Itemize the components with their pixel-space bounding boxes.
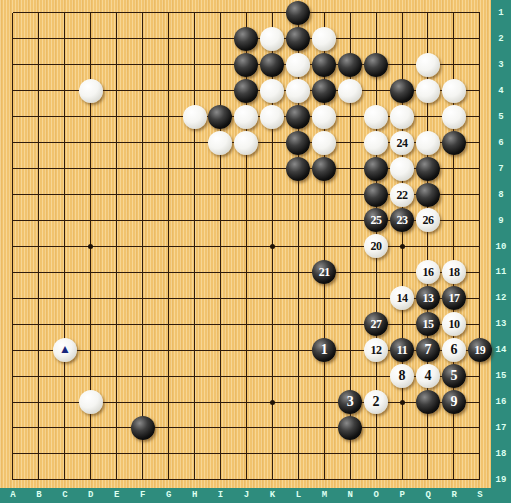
intersection-N13[interactable]: [337, 311, 363, 337]
intersection-L15[interactable]: [285, 363, 311, 389]
intersection-L10[interactable]: [285, 233, 311, 259]
intersection-Q5[interactable]: [415, 104, 441, 130]
intersection-F18[interactable]: [130, 441, 156, 467]
intersection-N7[interactable]: [337, 156, 363, 182]
intersection-R17[interactable]: [441, 415, 467, 441]
intersection-D15[interactable]: [78, 363, 104, 389]
intersection-D18[interactable]: [78, 441, 104, 467]
intersection-O10[interactable]: 20: [363, 233, 389, 259]
intersection-E14[interactable]: [104, 337, 130, 363]
intersection-J11[interactable]: [233, 259, 259, 285]
intersection-I15[interactable]: [208, 363, 234, 389]
intersection-D16[interactable]: [78, 389, 104, 415]
intersection-B11[interactable]: [26, 259, 52, 285]
intersection-D4[interactable]: [78, 78, 104, 104]
intersection-L5[interactable]: [285, 104, 311, 130]
intersection-B3[interactable]: [26, 52, 52, 78]
intersection-R9[interactable]: [441, 208, 467, 234]
intersection-B2[interactable]: [26, 26, 52, 52]
intersection-N8[interactable]: [337, 182, 363, 208]
intersection-G6[interactable]: [156, 130, 182, 156]
intersection-F5[interactable]: [130, 104, 156, 130]
intersection-N15[interactable]: [337, 363, 363, 389]
intersection-D2[interactable]: [78, 26, 104, 52]
intersection-D6[interactable]: [78, 130, 104, 156]
intersection-Q1[interactable]: [415, 0, 441, 26]
intersection-F14[interactable]: [130, 337, 156, 363]
intersection-F9[interactable]: [130, 208, 156, 234]
intersection-P10[interactable]: [389, 233, 415, 259]
intersection-F10[interactable]: [130, 233, 156, 259]
intersection-L3[interactable]: [285, 52, 311, 78]
intersection-G11[interactable]: [156, 259, 182, 285]
intersection-J4[interactable]: [233, 78, 259, 104]
intersection-C9[interactable]: [52, 208, 78, 234]
intersection-A8[interactable]: [0, 182, 26, 208]
intersection-O5[interactable]: [363, 104, 389, 130]
intersection-L13[interactable]: [285, 311, 311, 337]
intersection-O6[interactable]: [363, 130, 389, 156]
intersection-L8[interactable]: [285, 182, 311, 208]
intersection-S18[interactable]: [467, 441, 493, 467]
intersection-I12[interactable]: [208, 285, 234, 311]
intersection-H11[interactable]: [182, 259, 208, 285]
intersection-D10[interactable]: [78, 233, 104, 259]
intersection-D1[interactable]: [78, 0, 104, 26]
intersection-C1[interactable]: [52, 0, 78, 26]
intersection-R2[interactable]: [441, 26, 467, 52]
intersection-M6[interactable]: [311, 130, 337, 156]
intersection-M9[interactable]: [311, 208, 337, 234]
intersection-Q3[interactable]: [415, 52, 441, 78]
intersection-J7[interactable]: [233, 156, 259, 182]
intersection-B5[interactable]: [26, 104, 52, 130]
intersection-P15[interactable]: 8: [389, 363, 415, 389]
intersection-R16[interactable]: 9: [441, 389, 467, 415]
intersection-H3[interactable]: [182, 52, 208, 78]
intersection-D11[interactable]: [78, 259, 104, 285]
intersection-I13[interactable]: [208, 311, 234, 337]
intersection-P17[interactable]: [389, 415, 415, 441]
intersection-A14[interactable]: [0, 337, 26, 363]
intersection-D13[interactable]: [78, 311, 104, 337]
intersection-O14[interactable]: 12: [363, 337, 389, 363]
intersection-B18[interactable]: [26, 441, 52, 467]
intersection-J8[interactable]: [233, 182, 259, 208]
intersection-L14[interactable]: [285, 337, 311, 363]
intersection-H15[interactable]: [182, 363, 208, 389]
intersection-J16[interactable]: [233, 389, 259, 415]
intersection-G7[interactable]: [156, 156, 182, 182]
intersection-K8[interactable]: [259, 182, 285, 208]
intersection-G1[interactable]: [156, 0, 182, 26]
intersection-Q4[interactable]: [415, 78, 441, 104]
intersection-L17[interactable]: [285, 415, 311, 441]
intersection-O2[interactable]: [363, 26, 389, 52]
intersection-I11[interactable]: [208, 259, 234, 285]
intersection-A18[interactable]: [0, 441, 26, 467]
intersection-K17[interactable]: [259, 415, 285, 441]
intersection-B14[interactable]: [26, 337, 52, 363]
intersection-O16[interactable]: 2: [363, 389, 389, 415]
intersection-P9[interactable]: 23: [389, 208, 415, 234]
intersection-L16[interactable]: [285, 389, 311, 415]
intersection-Q8[interactable]: [415, 182, 441, 208]
intersection-P18[interactable]: [389, 441, 415, 467]
intersection-L9[interactable]: [285, 208, 311, 234]
intersection-H10[interactable]: [182, 233, 208, 259]
intersection-J14[interactable]: [233, 337, 259, 363]
intersection-P6[interactable]: 24: [389, 130, 415, 156]
intersection-A12[interactable]: [0, 285, 26, 311]
intersection-C10[interactable]: [52, 233, 78, 259]
intersection-E10[interactable]: [104, 233, 130, 259]
intersection-J12[interactable]: [233, 285, 259, 311]
intersection-A4[interactable]: [0, 78, 26, 104]
intersection-G15[interactable]: [156, 363, 182, 389]
intersection-R8[interactable]: [441, 182, 467, 208]
intersection-M2[interactable]: [311, 26, 337, 52]
intersection-F17[interactable]: [130, 415, 156, 441]
intersection-J5[interactable]: [233, 104, 259, 130]
intersection-I17[interactable]: [208, 415, 234, 441]
intersection-H18[interactable]: [182, 441, 208, 467]
intersection-H7[interactable]: [182, 156, 208, 182]
intersection-I8[interactable]: [208, 182, 234, 208]
intersection-F11[interactable]: [130, 259, 156, 285]
intersection-J1[interactable]: [233, 0, 259, 26]
intersection-D5[interactable]: [78, 104, 104, 130]
intersection-H5[interactable]: [182, 104, 208, 130]
intersection-S3[interactable]: [467, 52, 493, 78]
intersection-Q14[interactable]: 7: [415, 337, 441, 363]
intersection-C2[interactable]: [52, 26, 78, 52]
intersection-G3[interactable]: [156, 52, 182, 78]
intersection-S9[interactable]: [467, 208, 493, 234]
intersection-N1[interactable]: [337, 0, 363, 26]
intersection-N9[interactable]: [337, 208, 363, 234]
intersection-O12[interactable]: [363, 285, 389, 311]
intersection-S7[interactable]: [467, 156, 493, 182]
intersection-H8[interactable]: [182, 182, 208, 208]
intersection-A13[interactable]: [0, 311, 26, 337]
intersection-K14[interactable]: [259, 337, 285, 363]
intersection-G2[interactable]: [156, 26, 182, 52]
intersection-M16[interactable]: [311, 389, 337, 415]
intersection-Q7[interactable]: [415, 156, 441, 182]
intersection-Q10[interactable]: [415, 233, 441, 259]
intersection-K4[interactable]: [259, 78, 285, 104]
intersection-F12[interactable]: [130, 285, 156, 311]
intersection-M18[interactable]: [311, 441, 337, 467]
intersection-N6[interactable]: [337, 130, 363, 156]
intersection-E5[interactable]: [104, 104, 130, 130]
intersection-R5[interactable]: [441, 104, 467, 130]
intersection-M8[interactable]: [311, 182, 337, 208]
intersection-S11[interactable]: [467, 259, 493, 285]
intersection-M10[interactable]: [311, 233, 337, 259]
intersection-H13[interactable]: [182, 311, 208, 337]
intersection-K15[interactable]: [259, 363, 285, 389]
intersection-Q9[interactable]: 26: [415, 208, 441, 234]
intersection-R4[interactable]: [441, 78, 467, 104]
intersection-H16[interactable]: [182, 389, 208, 415]
intersection-B10[interactable]: [26, 233, 52, 259]
intersection-A11[interactable]: [0, 259, 26, 285]
intersection-N16[interactable]: 3: [337, 389, 363, 415]
intersection-K5[interactable]: [259, 104, 285, 130]
intersection-M15[interactable]: [311, 363, 337, 389]
intersection-B17[interactable]: [26, 415, 52, 441]
intersection-L6[interactable]: [285, 130, 311, 156]
intersection-P2[interactable]: [389, 26, 415, 52]
intersection-C16[interactable]: [52, 389, 78, 415]
intersection-O13[interactable]: 27: [363, 311, 389, 337]
intersection-H17[interactable]: [182, 415, 208, 441]
intersection-K6[interactable]: [259, 130, 285, 156]
intersection-P1[interactable]: [389, 0, 415, 26]
intersection-G13[interactable]: [156, 311, 182, 337]
intersection-R11[interactable]: 18: [441, 259, 467, 285]
intersection-F15[interactable]: [130, 363, 156, 389]
intersection-R15[interactable]: 5: [441, 363, 467, 389]
intersection-M5[interactable]: [311, 104, 337, 130]
intersection-M4[interactable]: [311, 78, 337, 104]
intersection-K13[interactable]: [259, 311, 285, 337]
intersection-H1[interactable]: [182, 0, 208, 26]
intersection-B6[interactable]: [26, 130, 52, 156]
intersection-G9[interactable]: [156, 208, 182, 234]
intersection-H14[interactable]: [182, 337, 208, 363]
intersection-E8[interactable]: [104, 182, 130, 208]
intersection-E13[interactable]: [104, 311, 130, 337]
intersection-Q15[interactable]: 4: [415, 363, 441, 389]
intersection-J6[interactable]: [233, 130, 259, 156]
intersection-G10[interactable]: [156, 233, 182, 259]
intersection-S14[interactable]: 19: [467, 337, 493, 363]
intersection-M7[interactable]: [311, 156, 337, 182]
intersection-K12[interactable]: [259, 285, 285, 311]
intersection-D9[interactable]: [78, 208, 104, 234]
intersection-K18[interactable]: [259, 441, 285, 467]
intersection-K2[interactable]: [259, 26, 285, 52]
intersection-E18[interactable]: [104, 441, 130, 467]
intersection-O4[interactable]: [363, 78, 389, 104]
intersection-D17[interactable]: [78, 415, 104, 441]
intersection-C6[interactable]: [52, 130, 78, 156]
intersection-S5[interactable]: [467, 104, 493, 130]
intersection-A17[interactable]: [0, 415, 26, 441]
intersection-G16[interactable]: [156, 389, 182, 415]
intersection-Q11[interactable]: 16: [415, 259, 441, 285]
intersection-E11[interactable]: [104, 259, 130, 285]
intersection-P11[interactable]: [389, 259, 415, 285]
intersection-K9[interactable]: [259, 208, 285, 234]
intersection-I16[interactable]: [208, 389, 234, 415]
intersection-Q2[interactable]: [415, 26, 441, 52]
intersection-S12[interactable]: [467, 285, 493, 311]
intersection-P16[interactable]: [389, 389, 415, 415]
intersection-S2[interactable]: [467, 26, 493, 52]
intersection-F2[interactable]: [130, 26, 156, 52]
intersection-D14[interactable]: [78, 337, 104, 363]
intersection-L2[interactable]: [285, 26, 311, 52]
intersection-L12[interactable]: [285, 285, 311, 311]
intersection-P3[interactable]: [389, 52, 415, 78]
intersection-R6[interactable]: [441, 130, 467, 156]
intersection-S15[interactable]: [467, 363, 493, 389]
intersection-I10[interactable]: [208, 233, 234, 259]
intersection-D7[interactable]: [78, 156, 104, 182]
intersection-M13[interactable]: [311, 311, 337, 337]
intersection-H12[interactable]: [182, 285, 208, 311]
intersection-O18[interactable]: [363, 441, 389, 467]
intersection-L4[interactable]: [285, 78, 311, 104]
intersection-R12[interactable]: 17: [441, 285, 467, 311]
intersection-C18[interactable]: [52, 441, 78, 467]
intersection-I6[interactable]: [208, 130, 234, 156]
intersection-K11[interactable]: [259, 259, 285, 285]
intersection-D8[interactable]: [78, 182, 104, 208]
intersection-R1[interactable]: [441, 0, 467, 26]
intersection-R3[interactable]: [441, 52, 467, 78]
intersection-C12[interactable]: [52, 285, 78, 311]
intersection-K1[interactable]: [259, 0, 285, 26]
intersection-Q18[interactable]: [415, 441, 441, 467]
intersection-H6[interactable]: [182, 130, 208, 156]
intersection-O9[interactable]: 25: [363, 208, 389, 234]
intersection-N11[interactable]: [337, 259, 363, 285]
intersection-P12[interactable]: 14: [389, 285, 415, 311]
intersection-M3[interactable]: [311, 52, 337, 78]
intersection-B1[interactable]: [26, 0, 52, 26]
intersection-J13[interactable]: [233, 311, 259, 337]
intersection-Q13[interactable]: 15: [415, 311, 441, 337]
intersection-E15[interactable]: [104, 363, 130, 389]
intersection-S4[interactable]: [467, 78, 493, 104]
intersection-N4[interactable]: [337, 78, 363, 104]
intersection-J17[interactable]: [233, 415, 259, 441]
intersection-O17[interactable]: [363, 415, 389, 441]
intersection-B8[interactable]: [26, 182, 52, 208]
intersection-J2[interactable]: [233, 26, 259, 52]
intersection-I7[interactable]: [208, 156, 234, 182]
intersection-A10[interactable]: [0, 233, 26, 259]
intersection-N5[interactable]: [337, 104, 363, 130]
intersection-F1[interactable]: [130, 0, 156, 26]
intersection-M17[interactable]: [311, 415, 337, 441]
intersection-E17[interactable]: [104, 415, 130, 441]
intersection-S10[interactable]: [467, 233, 493, 259]
intersection-K3[interactable]: [259, 52, 285, 78]
intersection-N2[interactable]: [337, 26, 363, 52]
intersection-L7[interactable]: [285, 156, 311, 182]
intersection-L1[interactable]: [285, 0, 311, 26]
intersection-E16[interactable]: [104, 389, 130, 415]
intersection-S13[interactable]: [467, 311, 493, 337]
intersection-P8[interactable]: 22: [389, 182, 415, 208]
intersection-K10[interactable]: [259, 233, 285, 259]
intersection-G18[interactable]: [156, 441, 182, 467]
intersection-Q16[interactable]: [415, 389, 441, 415]
intersection-J10[interactable]: [233, 233, 259, 259]
intersection-I2[interactable]: [208, 26, 234, 52]
intersection-B13[interactable]: [26, 311, 52, 337]
intersection-M14[interactable]: 1: [311, 337, 337, 363]
intersection-O11[interactable]: [363, 259, 389, 285]
intersection-A1[interactable]: [0, 0, 26, 26]
intersection-R10[interactable]: [441, 233, 467, 259]
intersection-P5[interactable]: [389, 104, 415, 130]
intersection-R13[interactable]: 10: [441, 311, 467, 337]
intersection-J9[interactable]: [233, 208, 259, 234]
intersection-I5[interactable]: [208, 104, 234, 130]
intersection-I3[interactable]: [208, 52, 234, 78]
intersection-C5[interactable]: [52, 104, 78, 130]
intersection-A15[interactable]: [0, 363, 26, 389]
intersection-B4[interactable]: [26, 78, 52, 104]
intersection-A7[interactable]: [0, 156, 26, 182]
intersection-C7[interactable]: [52, 156, 78, 182]
intersection-I14[interactable]: [208, 337, 234, 363]
intersection-S8[interactable]: [467, 182, 493, 208]
intersection-P7[interactable]: [389, 156, 415, 182]
intersection-N18[interactable]: [337, 441, 363, 467]
intersection-J3[interactable]: [233, 52, 259, 78]
intersection-G4[interactable]: [156, 78, 182, 104]
intersection-B12[interactable]: [26, 285, 52, 311]
intersection-B15[interactable]: [26, 363, 52, 389]
intersection-G5[interactable]: [156, 104, 182, 130]
intersection-J18[interactable]: [233, 441, 259, 467]
intersection-L18[interactable]: [285, 441, 311, 467]
intersection-I18[interactable]: [208, 441, 234, 467]
intersection-A9[interactable]: [0, 208, 26, 234]
intersection-N10[interactable]: [337, 233, 363, 259]
intersection-E12[interactable]: [104, 285, 130, 311]
intersection-I4[interactable]: [208, 78, 234, 104]
intersection-H9[interactable]: [182, 208, 208, 234]
intersection-C11[interactable]: [52, 259, 78, 285]
intersection-E1[interactable]: [104, 0, 130, 26]
intersection-I9[interactable]: [208, 208, 234, 234]
intersection-G17[interactable]: [156, 415, 182, 441]
intersection-O3[interactable]: [363, 52, 389, 78]
intersection-G8[interactable]: [156, 182, 182, 208]
intersection-E4[interactable]: [104, 78, 130, 104]
intersection-R14[interactable]: 6: [441, 337, 467, 363]
intersection-B9[interactable]: [26, 208, 52, 234]
intersection-M12[interactable]: [311, 285, 337, 311]
intersection-O15[interactable]: [363, 363, 389, 389]
intersection-I1[interactable]: [208, 0, 234, 26]
intersection-K7[interactable]: [259, 156, 285, 182]
intersection-P4[interactable]: [389, 78, 415, 104]
intersection-N12[interactable]: [337, 285, 363, 311]
intersection-Q17[interactable]: [415, 415, 441, 441]
intersection-M11[interactable]: 21: [311, 259, 337, 285]
intersection-A6[interactable]: [0, 130, 26, 156]
intersection-N17[interactable]: [337, 415, 363, 441]
intersection-E3[interactable]: [104, 52, 130, 78]
intersection-C8[interactable]: [52, 182, 78, 208]
intersection-S6[interactable]: [467, 130, 493, 156]
intersection-S1[interactable]: [467, 0, 493, 26]
intersection-A5[interactable]: [0, 104, 26, 130]
intersection-B7[interactable]: [26, 156, 52, 182]
intersection-O8[interactable]: [363, 182, 389, 208]
intersection-E7[interactable]: [104, 156, 130, 182]
